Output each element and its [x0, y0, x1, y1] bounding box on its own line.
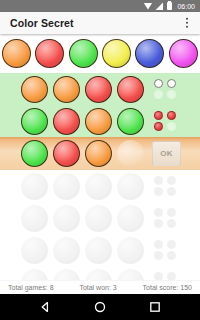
android-nav-bar [0, 294, 200, 320]
empty-row-1-pegs [154, 176, 176, 196]
empty-row-2-slot-2 [53, 205, 80, 232]
empty-row-1-peg-empty [154, 187, 163, 196]
empty-row-2-peg-empty [167, 208, 176, 217]
guess-row-1-peg-white [154, 79, 163, 88]
color-palette [0, 34, 200, 73]
guess-row-2-peg-red [154, 122, 163, 131]
guess-row-1-peg-empty [154, 90, 163, 99]
empty-row-1-slot-2 [53, 173, 80, 200]
empty-row-3-peg-empty [154, 251, 163, 260]
guess-row-1 [0, 73, 200, 105]
empty-row-3-slot-2 [53, 237, 80, 264]
guess-row-2-ball-4-green [117, 108, 144, 135]
app-bar: Color Secret [0, 12, 200, 34]
total-score: Total score: 150 [143, 284, 192, 291]
empty-row-2-peg-empty [154, 208, 163, 217]
empty-row-2-slot-1 [21, 205, 48, 232]
empty-row-2-slot-3 [85, 205, 112, 232]
battery-icon [167, 2, 172, 10]
palette-ball-green[interactable] [69, 39, 98, 68]
back-icon[interactable] [39, 301, 51, 313]
total-games: Total games: 8 [8, 284, 54, 291]
wifi-icon [143, 3, 152, 10]
empty-row-1-peg-empty [154, 176, 163, 185]
ok-button[interactable]: OK [152, 141, 181, 166]
empty-row-3-peg-empty [167, 240, 176, 249]
empty-row-3-peg-empty [154, 240, 163, 249]
empty-row-1-peg-empty [167, 176, 176, 185]
empty-row-3 [0, 234, 200, 266]
empty-row-3-peg-empty [167, 251, 176, 260]
guess-row-1-ball-4-red [117, 76, 144, 103]
current-guess-row-ball-1-green[interactable] [21, 140, 48, 167]
empty-row-2-peg-empty [167, 219, 176, 228]
guess-row-1-peg-empty [167, 90, 176, 99]
empty-row-3-slot-3 [85, 237, 112, 264]
recents-icon[interactable] [149, 301, 161, 313]
palette-ball-blue[interactable] [135, 39, 164, 68]
guess-row-1-peg-white [167, 79, 176, 88]
current-guess-row-ball-2-red[interactable] [53, 140, 80, 167]
current-guess-row: OK [0, 137, 200, 170]
guess-row-2 [0, 105, 200, 137]
empty-row-2-peg-empty [154, 219, 163, 228]
palette-ball-orange[interactable] [2, 39, 31, 68]
empty-row-3-slot-4 [117, 237, 144, 264]
palette-ball-yellow[interactable] [102, 39, 131, 68]
guess-row-2-ball-3-orange [85, 108, 112, 135]
signal-icon [155, 2, 163, 10]
guess-row-2-ball-1-green [21, 108, 48, 135]
status-time: 06:00 [177, 3, 195, 10]
current-guess-row-empty-slot-4[interactable] [117, 140, 144, 167]
guess-row-1-ball-3-red [85, 76, 112, 103]
empty-row-1-slot-1 [21, 173, 48, 200]
total-won: Total won: 3 [79, 284, 116, 291]
guess-row-2-pegs [154, 111, 176, 131]
color-secret-app: 06:00 Color Secret OK Total games: 8 Tot… [0, 0, 200, 320]
empty-row-3-slot-1 [21, 237, 48, 264]
guess-row-2-peg-red [154, 111, 163, 120]
current-guess-row-ball-3-orange[interactable] [85, 140, 112, 167]
empty-row-3-pegs [154, 240, 176, 260]
palette-ball-magenta[interactable] [169, 39, 198, 68]
overflow-menu-icon[interactable] [183, 15, 191, 31]
empty-row-1-slot-4 [117, 173, 144, 200]
empty-row-2 [0, 202, 200, 234]
stats-bar: Total games: 8 Total won: 3 Total score:… [0, 280, 200, 294]
guess-row-1-ball-2-orange [53, 76, 80, 103]
empty-row-2-slot-4 [117, 205, 144, 232]
palette-ball-red[interactable] [35, 39, 64, 68]
guess-row-2-ball-2-red [53, 108, 80, 135]
empty-row-2-pegs [154, 208, 176, 228]
guess-row-1-pegs [154, 79, 176, 99]
guess-row-1-ball-1-orange [21, 76, 48, 103]
home-icon[interactable] [94, 301, 106, 313]
empty-row-1-slot-3 [85, 173, 112, 200]
guess-row-2-peg-red [167, 111, 176, 120]
status-bar: 06:00 [0, 0, 200, 12]
game-board: OK [0, 73, 200, 298]
empty-row-1 [0, 170, 200, 202]
empty-row-1-peg-empty [167, 187, 176, 196]
guess-row-2-peg-empty [167, 122, 176, 131]
page-title: Color Secret [10, 17, 74, 29]
